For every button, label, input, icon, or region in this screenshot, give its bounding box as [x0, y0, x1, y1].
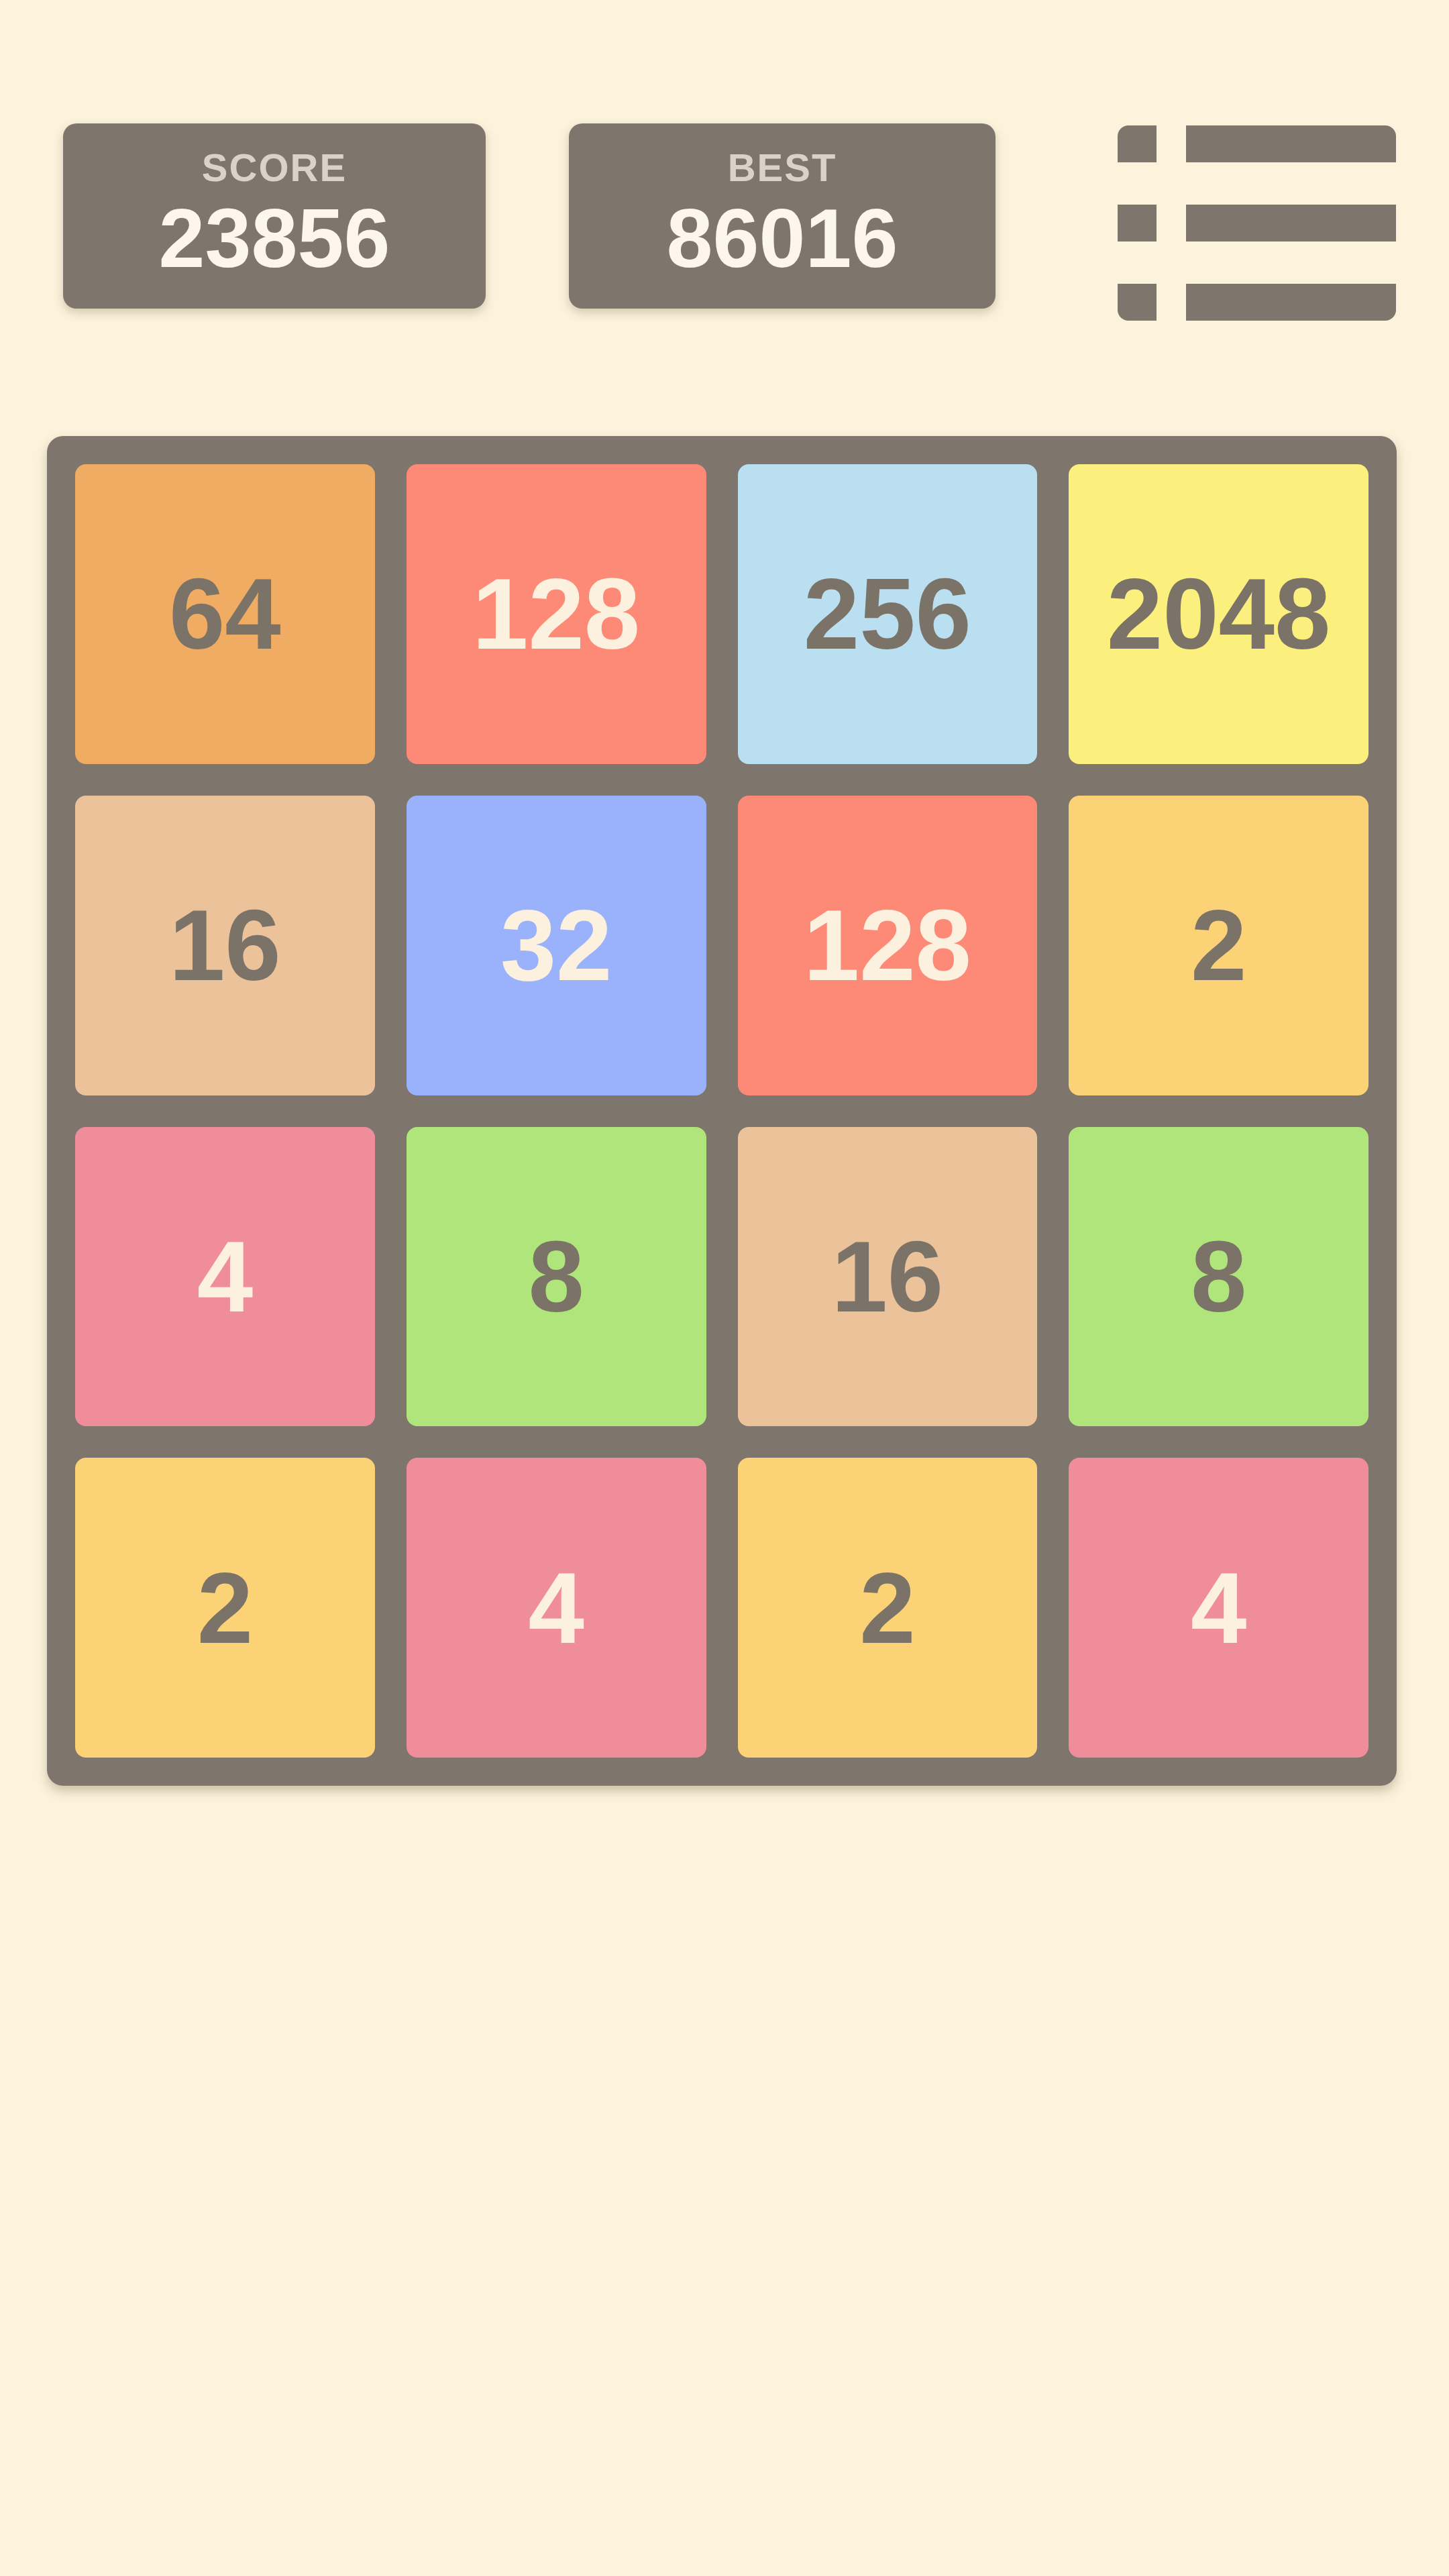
tile-2: 2 [75, 1458, 375, 1758]
score-box: SCORE 23856 [63, 123, 486, 309]
tile-8: 8 [407, 1127, 706, 1427]
menu-button[interactable] [1118, 125, 1396, 321]
tile-64: 64 [75, 464, 375, 764]
tile-2048: 2048 [1069, 464, 1368, 764]
menu-icon-square [1118, 205, 1157, 241]
tile-16: 16 [75, 796, 375, 1095]
score-value: 23856 [159, 191, 390, 286]
tile-16: 16 [738, 1127, 1038, 1427]
tile-2: 2 [1069, 796, 1368, 1095]
tile-4: 4 [75, 1127, 375, 1427]
list-menu-icon [1118, 284, 1396, 321]
tile-4: 4 [407, 1458, 706, 1758]
tile-128: 128 [738, 796, 1038, 1095]
menu-icon-square [1118, 125, 1157, 162]
tile-2: 2 [738, 1458, 1038, 1758]
menu-icon-square [1118, 284, 1157, 321]
list-menu-icon [1118, 125, 1396, 162]
tile-4: 4 [1069, 1458, 1368, 1758]
tile-128: 128 [407, 464, 706, 764]
best-value: 86016 [667, 191, 898, 286]
best-box: BEST 86016 [569, 123, 996, 309]
menu-icon-bar [1186, 284, 1396, 321]
tile-32: 32 [407, 796, 706, 1095]
score-label: SCORE [202, 146, 347, 191]
menu-icon-bar [1186, 205, 1396, 241]
best-label: BEST [728, 146, 837, 191]
board[interactable]: 64128256204816321282481682424 [47, 436, 1397, 1786]
tile-8: 8 [1069, 1127, 1368, 1427]
tile-256: 256 [738, 464, 1038, 764]
list-menu-icon [1118, 205, 1396, 241]
menu-icon-bar [1186, 125, 1396, 162]
